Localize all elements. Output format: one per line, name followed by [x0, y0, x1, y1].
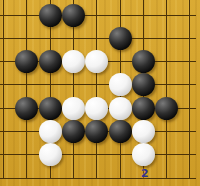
- grid-line-horizontal-3: [0, 84, 196, 85]
- grid-line-horizontal-7: [0, 178, 196, 179]
- black-stone-r2-c1: [15, 50, 38, 73]
- white-stone-r4-c5: [109, 97, 132, 120]
- white-stone-r2-c4: [85, 50, 108, 73]
- grid-line-vertical-1: [26, 0, 27, 179]
- white-stone-r6-c6: [132, 143, 155, 166]
- grid-line-vertical-4: [96, 0, 97, 179]
- white-stone-r6-c2: [39, 143, 62, 166]
- black-stone-r4-c1: [15, 97, 38, 120]
- white-stone-r3-c5: [109, 73, 132, 96]
- grid-line-vertical-3: [73, 0, 74, 179]
- black-stone-r1-c5: [109, 27, 132, 50]
- grid-line-vertical-0: [3, 0, 4, 179]
- white-stone-r2-c3: [62, 50, 85, 73]
- grid-line-horizontal-1: [0, 38, 196, 39]
- black-stone-r0-c2: [39, 4, 62, 27]
- black-stone-r3-c6: [132, 73, 155, 96]
- grid-line-vertical-7: [166, 0, 167, 179]
- black-stone-r5-c4: [85, 120, 108, 143]
- white-stone-r5-c2: [39, 120, 62, 143]
- black-stone-r4-c2: [39, 97, 62, 120]
- black-stone-r4-c7: [155, 97, 178, 120]
- black-stone-r2-c2: [39, 50, 62, 73]
- black-stone-r5-c3: [62, 120, 85, 143]
- grid-line-horizontal-0: [0, 15, 196, 16]
- grid-line-horizontal-6: [0, 154, 196, 155]
- black-stone-r2-c6: [132, 50, 155, 73]
- black-stone-r0-c3: [62, 4, 85, 27]
- grid-line-vertical-8: [189, 0, 190, 179]
- move-number-label: 2: [141, 168, 149, 179]
- black-stone-r5-c5: [109, 120, 132, 143]
- black-stone-r4-c6: [132, 97, 155, 120]
- go-board[interactable]: 2: [0, 0, 200, 186]
- white-stone-r4-c3: [62, 97, 85, 120]
- white-stone-r4-c4: [85, 97, 108, 120]
- white-stone-r5-c6: [132, 120, 155, 143]
